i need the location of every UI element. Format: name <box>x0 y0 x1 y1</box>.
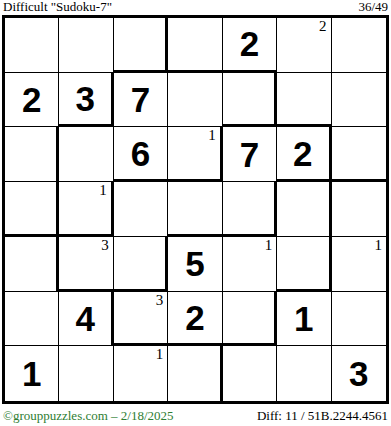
footer-bar: ©grouppuzzles.com – 2/18/2025 Diff: 11 /… <box>3 408 388 423</box>
pencil-mark: 1 <box>156 347 164 363</box>
cell-r6c3[interactable]: 3 <box>114 292 168 347</box>
pencil-mark: 3 <box>101 238 109 254</box>
cell-r7c5[interactable] <box>223 346 277 401</box>
cell-r7c7[interactable]: 3 <box>332 346 386 401</box>
cell-r3c3[interactable]: 6 <box>114 127 168 182</box>
cell-r7c1[interactable]: 1 <box>5 346 59 401</box>
cell-r7c4[interactable] <box>168 346 222 401</box>
cell-r4c3[interactable] <box>114 182 168 237</box>
cell-r3c7[interactable] <box>332 127 386 182</box>
cell-r4c7[interactable] <box>332 182 386 237</box>
given-digit: 2 <box>240 26 259 61</box>
cell-r5c7[interactable]: 1 <box>332 237 386 292</box>
cell-r5c1[interactable] <box>5 237 59 292</box>
copyright-text: ©grouppuzzles.com – 2/18/2025 <box>3 408 174 423</box>
cell-r4c5[interactable] <box>223 182 277 237</box>
cell-r5c5[interactable]: 1 <box>223 237 277 292</box>
puzzle-title: Difficult "Sudoku-7" <box>3 0 112 14</box>
cell-r7c3[interactable]: 1 <box>114 346 168 401</box>
cell-r5c4[interactable]: 5 <box>168 237 222 292</box>
given-digit: 5 <box>185 246 204 281</box>
cell-r5c2[interactable]: 3 <box>59 237 113 292</box>
cell-r3c2[interactable] <box>59 127 113 182</box>
cell-r6c4[interactable]: 2 <box>168 292 222 347</box>
given-digit: 2 <box>22 82 41 117</box>
cell-r2c5[interactable] <box>223 73 277 128</box>
cell-r5c3[interactable] <box>114 237 168 292</box>
cell-r2c4[interactable] <box>168 73 222 128</box>
difficulty-code: Diff: 11 / 51B.2244.4561 <box>257 408 388 423</box>
cell-r7c2[interactable] <box>59 346 113 401</box>
cell-r4c2[interactable]: 1 <box>59 182 113 237</box>
cell-r1c7[interactable] <box>332 18 386 73</box>
cell-r5c6[interactable] <box>277 237 331 292</box>
cell-r6c2[interactable]: 4 <box>59 292 113 347</box>
pencil-mark: 3 <box>156 293 164 309</box>
pencil-mark: 1 <box>374 238 382 254</box>
cell-r7c6[interactable] <box>277 346 331 401</box>
given-digit: 4 <box>75 301 94 336</box>
cell-r6c7[interactable] <box>332 292 386 347</box>
cell-r4c1[interactable] <box>5 182 59 237</box>
cells-remaining-counter: 36/49 <box>358 0 388 14</box>
cell-r6c1[interactable] <box>5 292 59 347</box>
given-digit: 7 <box>131 82 150 117</box>
cell-r4c4[interactable] <box>168 182 222 237</box>
header-bar: Difficult "Sudoku-7" 36/49 <box>3 0 388 14</box>
cell-r3c1[interactable] <box>5 127 59 182</box>
given-digit: 2 <box>293 136 312 171</box>
cell-r2c7[interactable] <box>332 73 386 128</box>
pencil-mark: 1 <box>208 128 216 144</box>
cell-r1c1[interactable] <box>5 18 59 73</box>
given-digit: 3 <box>75 81 94 116</box>
given-digit: 1 <box>294 301 313 336</box>
cell-r6c5[interactable] <box>223 292 277 347</box>
cell-r1c6[interactable]: 2 <box>277 18 331 73</box>
pencil-mark: 2 <box>319 19 327 35</box>
cell-r6c6[interactable]: 1 <box>277 292 331 347</box>
pencil-mark: 1 <box>99 183 107 199</box>
cell-r1c5[interactable]: 2 <box>223 18 277 73</box>
cell-r3c4[interactable]: 1 <box>168 127 222 182</box>
cell-r2c2[interactable]: 3 <box>59 73 113 128</box>
cell-r2c3[interactable]: 7 <box>114 73 168 128</box>
cell-r2c1[interactable]: 2 <box>5 73 59 128</box>
cell-r1c3[interactable] <box>114 18 168 73</box>
given-digit: 7 <box>240 137 259 172</box>
given-digit: 6 <box>131 136 150 171</box>
given-digit: 1 <box>22 356 41 391</box>
given-digit: 3 <box>349 356 368 391</box>
cell-r1c4[interactable] <box>168 18 222 73</box>
cell-r4c6[interactable] <box>277 182 331 237</box>
cell-r3c6[interactable]: 2 <box>277 127 331 182</box>
pencil-mark: 1 <box>265 238 273 254</box>
cell-r2c6[interactable] <box>277 73 331 128</box>
sudoku-grid: 222376172135114321113 <box>2 15 389 404</box>
cell-r3c5[interactable]: 7 <box>223 127 277 182</box>
given-digit: 2 <box>185 300 204 335</box>
cell-r1c2[interactable] <box>59 18 113 73</box>
